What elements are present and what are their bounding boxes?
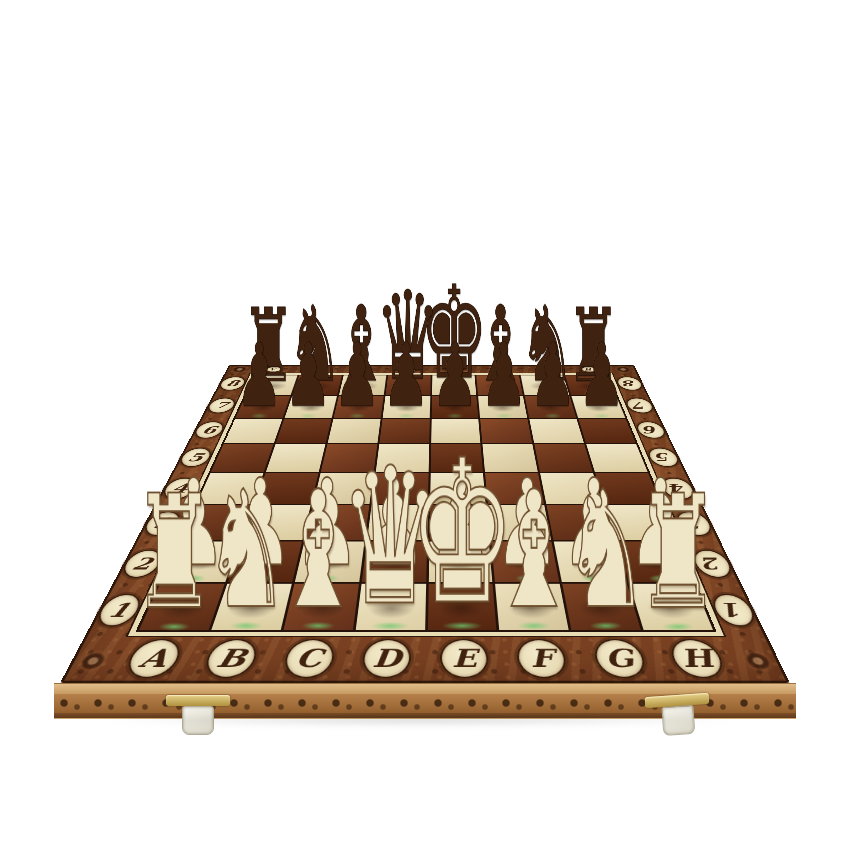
square-b6[interactable] xyxy=(276,419,332,443)
box-edge-top-strip xyxy=(54,683,796,694)
square-f7[interactable]: ♟ xyxy=(478,396,527,418)
square-c7[interactable]: ♟ xyxy=(333,396,383,418)
rank-label-right-7: 7 xyxy=(624,398,657,413)
piece-black-pawn[interactable]: ♟ xyxy=(431,333,478,416)
chess-board: ABCDEFGH ABCDEFGH 87654321 87654321 ♜♞♝♛… xyxy=(60,365,790,683)
rosette-icon xyxy=(68,649,115,677)
file-label-back-e: E xyxy=(447,367,462,372)
square-a6[interactable] xyxy=(224,419,282,443)
clasp-plate xyxy=(166,695,230,706)
square-d7[interactable]: ♟ xyxy=(382,396,430,418)
rosette-icon xyxy=(736,649,782,677)
file-label-c: C xyxy=(281,639,337,678)
file-label-a: A xyxy=(121,639,186,678)
piece-black-pawn[interactable]: ♟ xyxy=(285,333,332,416)
file-label-g: G xyxy=(591,639,650,678)
board-scene: ABCDEFGH ABCDEFGH 87654321 87654321 ♜♞♝♛… xyxy=(60,0,790,683)
file-label-f: F xyxy=(515,639,569,678)
square-g1[interactable]: ♞ xyxy=(562,583,641,629)
square-e7[interactable]: ♟ xyxy=(431,396,478,418)
product-photo-stage: ABCDEFGH ABCDEFGH 87654321 87654321 ♜♞♝♛… xyxy=(0,0,850,850)
box-front-edge xyxy=(54,683,796,717)
piece-white-bishop[interactable]: ♝ xyxy=(275,474,362,627)
square-h1[interactable]: ♜ xyxy=(629,583,713,629)
square-a7[interactable]: ♟ xyxy=(236,396,291,418)
piece-black-pawn[interactable]: ♟ xyxy=(578,333,625,416)
file-label-b: B xyxy=(201,639,261,678)
piece-black-pawn[interactable]: ♟ xyxy=(382,333,429,416)
piece-white-rook[interactable]: ♜ xyxy=(133,478,217,627)
drop-shadow xyxy=(90,714,750,726)
piece-black-pawn[interactable]: ♟ xyxy=(480,333,527,416)
square-a1[interactable]: ♜ xyxy=(139,583,225,629)
square-b7[interactable]: ♟ xyxy=(284,396,336,418)
piece-black-pawn[interactable]: ♟ xyxy=(334,333,381,416)
file-labels-front: ABCDEFGH xyxy=(106,638,744,679)
square-g7[interactable]: ♟ xyxy=(525,396,576,418)
piece-black-pawn[interactable]: ♟ xyxy=(236,333,283,416)
file-label-h: H xyxy=(666,639,729,678)
file-label-e: E xyxy=(440,639,490,678)
square-h6[interactable] xyxy=(579,419,636,443)
square-h7[interactable]: ♟ xyxy=(571,396,625,418)
file-label-back-f: F xyxy=(491,367,506,372)
piece-black-pawn[interactable]: ♟ xyxy=(529,333,576,416)
file-label-d: D xyxy=(360,639,411,678)
square-f1[interactable]: ♝ xyxy=(495,583,569,629)
square-g6[interactable] xyxy=(529,419,584,443)
square-e1[interactable]: ♚ xyxy=(427,583,496,629)
square-c1[interactable]: ♝ xyxy=(283,583,358,629)
